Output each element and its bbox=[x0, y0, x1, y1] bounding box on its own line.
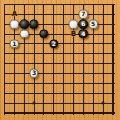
go-board[interactable]: 1237654AB bbox=[0, 0, 120, 120]
move-number: 5 bbox=[91, 21, 95, 27]
grid-line-horizontal bbox=[4, 4, 115, 5]
move-number: 2 bbox=[52, 41, 56, 47]
white-stone bbox=[19, 29, 28, 38]
point-label-b: B bbox=[71, 31, 76, 38]
move-number: 6 bbox=[81, 21, 85, 27]
black-stone bbox=[39, 29, 48, 38]
grid-line-horizontal bbox=[4, 14, 115, 15]
move-number: 7 bbox=[81, 11, 85, 17]
grid-line-horizontal bbox=[4, 103, 115, 104]
board-cut-edge-bottom bbox=[4, 112, 115, 114]
white-stone bbox=[10, 19, 19, 28]
grid-line-vertical bbox=[4, 4, 5, 115]
grid-line-horizontal bbox=[4, 83, 115, 84]
point-label-a: A bbox=[12, 11, 17, 18]
grid-line-horizontal bbox=[4, 93, 115, 94]
white-stone bbox=[69, 19, 78, 28]
white-stone-move-5: 5 bbox=[88, 19, 97, 28]
move-number: 1 bbox=[12, 41, 16, 47]
move-number: 3 bbox=[32, 70, 36, 76]
move-number: 4 bbox=[81, 31, 85, 37]
black-stone-move-6: 6 bbox=[79, 19, 88, 28]
black-stone-move-4: 4 bbox=[79, 29, 88, 38]
grid-line-vertical bbox=[63, 4, 64, 115]
white-stone-move-3: 3 bbox=[29, 69, 38, 78]
grid-line-vertical bbox=[103, 4, 104, 115]
black-stone-move-2: 2 bbox=[49, 39, 58, 48]
grid-line-vertical bbox=[53, 4, 54, 115]
star-point bbox=[33, 102, 36, 105]
grid-line-horizontal bbox=[4, 43, 115, 44]
star-point bbox=[102, 102, 105, 105]
grid-line-horizontal bbox=[4, 63, 115, 64]
black-stone bbox=[29, 19, 38, 28]
white-stone-move-1: 1 bbox=[10, 39, 19, 48]
black-stone bbox=[19, 19, 28, 28]
grid-line-horizontal bbox=[4, 53, 115, 54]
grid-line-horizontal bbox=[4, 73, 115, 74]
grid-line-vertical bbox=[43, 4, 44, 115]
white-stone-move-7: 7 bbox=[79, 10, 88, 19]
go-board-diagram: 1237654AB bbox=[0, 0, 120, 120]
board-cut-edge-right bbox=[112, 4, 114, 115]
